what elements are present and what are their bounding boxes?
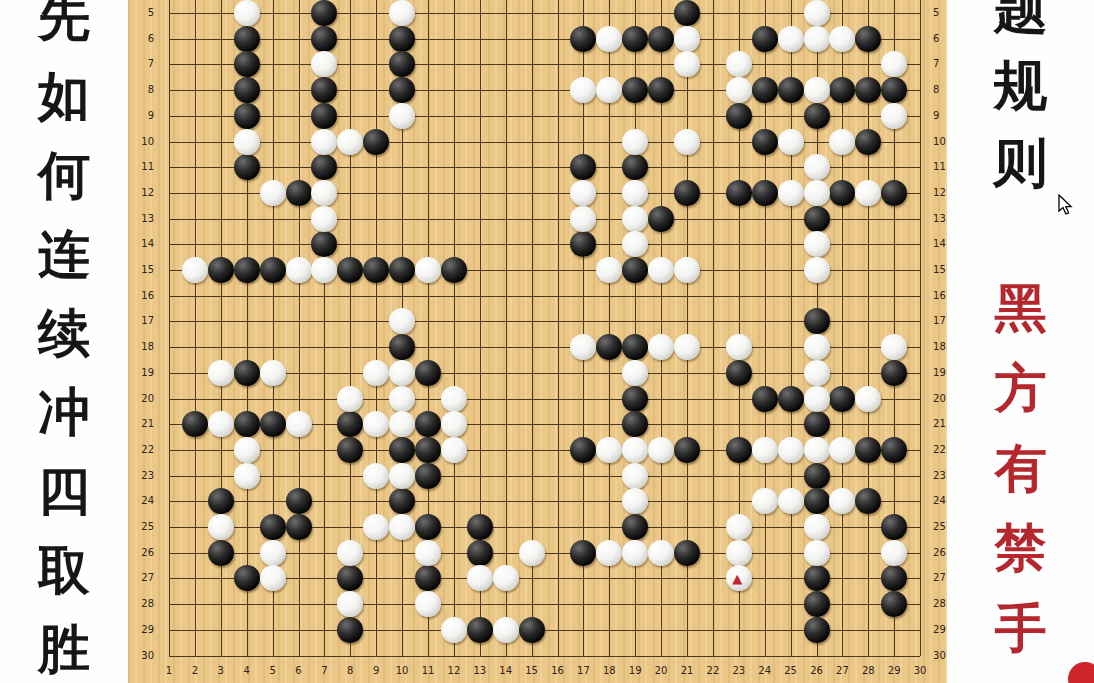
white-stone[interactable] [182, 257, 208, 283]
grid-hline [169, 296, 920, 297]
white-stone[interactable] [804, 77, 830, 103]
right-title-char-red: 手 [947, 603, 1094, 655]
black-stone[interactable] [778, 77, 804, 103]
black-stone[interactable] [311, 103, 337, 129]
black-stone[interactable] [234, 565, 260, 591]
row-label-left: 28 [128, 598, 154, 610]
left-title-char: 冲 [0, 387, 128, 439]
white-stone[interactable] [726, 51, 752, 77]
white-stone[interactable] [337, 591, 363, 617]
white-stone[interactable] [311, 206, 337, 232]
white-stone[interactable] [752, 437, 778, 463]
col-label-bottom: 11 [417, 665, 439, 677]
left-title-panel: 先如何连续冲四取胜 [0, 0, 128, 683]
black-stone[interactable] [778, 386, 804, 412]
white-stone[interactable] [726, 514, 752, 540]
white-stone[interactable] [804, 437, 830, 463]
black-stone[interactable] [389, 257, 415, 283]
white-stone[interactable] [389, 514, 415, 540]
black-stone[interactable] [467, 540, 493, 566]
white-stone[interactable] [648, 334, 674, 360]
black-stone[interactable] [389, 488, 415, 514]
black-stone[interactable] [752, 386, 778, 412]
white-stone[interactable] [389, 0, 415, 26]
white-stone[interactable] [415, 591, 441, 617]
white-stone[interactable] [778, 26, 804, 52]
white-stone[interactable] [804, 514, 830, 540]
black-stone[interactable] [234, 51, 260, 77]
white-stone[interactable] [726, 77, 752, 103]
white-stone[interactable] [363, 411, 389, 437]
white-stone[interactable] [881, 334, 907, 360]
white-stone[interactable] [389, 463, 415, 489]
row-label-left: 7 [128, 58, 154, 70]
black-stone[interactable] [337, 437, 363, 463]
black-stone[interactable] [622, 411, 648, 437]
white-stone[interactable] [648, 540, 674, 566]
black-stone[interactable] [415, 360, 441, 386]
white-stone[interactable] [260, 360, 286, 386]
white-stone[interactable] [467, 565, 493, 591]
white-stone[interactable] [778, 437, 804, 463]
white-stone[interactable] [648, 437, 674, 463]
white-stone[interactable] [286, 411, 312, 437]
white-stone[interactable] [570, 180, 596, 206]
black-stone[interactable] [622, 77, 648, 103]
white-stone[interactable] [804, 386, 830, 412]
white-stone[interactable] [260, 180, 286, 206]
grid-vline [920, 0, 921, 656]
left-title-char: 如 [0, 71, 128, 123]
white-stone[interactable] [804, 334, 830, 360]
white-stone[interactable] [441, 617, 467, 643]
col-label-bottom: 19 [624, 665, 646, 677]
black-stone[interactable] [570, 231, 596, 257]
row-label-left: 11 [128, 161, 154, 173]
right-title-char-red: 方 [947, 363, 1094, 415]
black-stone[interactable] [726, 360, 752, 386]
black-stone[interactable] [467, 514, 493, 540]
col-label-bottom: 21 [676, 665, 698, 677]
col-label-bottom: 15 [521, 665, 543, 677]
black-stone[interactable] [389, 334, 415, 360]
left-title-char: 连 [0, 229, 128, 281]
white-stone[interactable] [208, 514, 234, 540]
black-stone[interactable] [881, 514, 907, 540]
left-title-char: 先 [0, 0, 128, 44]
black-stone[interactable] [674, 180, 700, 206]
black-stone[interactable] [570, 437, 596, 463]
black-stone[interactable] [622, 514, 648, 540]
black-stone[interactable] [881, 360, 907, 386]
grid-vline [454, 0, 455, 656]
black-stone[interactable] [311, 154, 337, 180]
row-label-left: 19 [128, 367, 154, 379]
black-stone[interactable] [182, 411, 208, 437]
row-label-left: 21 [128, 418, 154, 430]
grid-vline [558, 0, 559, 656]
black-stone[interactable] [674, 540, 700, 566]
white-stone[interactable] [622, 231, 648, 257]
row-label-left: 5 [128, 7, 154, 19]
right-title-char-black: 规 [947, 59, 1094, 113]
col-label-bottom: 22 [702, 665, 724, 677]
right-title-panel: 题规则黑方有禁手 [947, 0, 1094, 683]
white-stone[interactable] [622, 437, 648, 463]
black-stone[interactable] [829, 77, 855, 103]
col-label-bottom: 2 [184, 665, 206, 677]
white-stone[interactable] [648, 257, 674, 283]
black-stone[interactable] [804, 617, 830, 643]
black-stone[interactable] [415, 411, 441, 437]
grid-vline [713, 0, 714, 656]
white-stone[interactable] [311, 257, 337, 283]
white-stone[interactable] [622, 129, 648, 155]
white-stone[interactable] [208, 411, 234, 437]
black-stone[interactable] [804, 206, 830, 232]
black-stone[interactable] [311, 0, 337, 26]
white-stone[interactable] [674, 257, 700, 283]
row-label-left: 15 [128, 264, 154, 276]
white-stone[interactable] [441, 437, 467, 463]
col-label-bottom: 17 [572, 665, 594, 677]
mouse-cursor-icon [1056, 194, 1076, 216]
gomoku-board[interactable]: 5566778899101011111212131314141515161617… [128, 0, 947, 683]
black-stone[interactable] [648, 206, 674, 232]
white-stone[interactable] [389, 103, 415, 129]
right-title-char-red: 黑 [947, 283, 1094, 335]
row-label-left: 27 [128, 572, 154, 584]
black-stone[interactable] [648, 26, 674, 52]
white-stone[interactable] [881, 540, 907, 566]
row-label-left: 26 [128, 547, 154, 559]
black-stone[interactable] [234, 411, 260, 437]
col-label-bottom: 1 [158, 665, 180, 677]
black-stone[interactable] [855, 26, 881, 52]
black-stone[interactable] [389, 77, 415, 103]
black-stone[interactable] [804, 308, 830, 334]
black-stone[interactable] [260, 411, 286, 437]
black-stone[interactable] [752, 26, 778, 52]
black-stone[interactable] [726, 180, 752, 206]
black-stone[interactable] [570, 26, 596, 52]
black-stone[interactable] [311, 26, 337, 52]
white-stone[interactable] [622, 360, 648, 386]
white-stone[interactable] [855, 180, 881, 206]
white-stone[interactable] [596, 26, 622, 52]
white-stone[interactable] [622, 540, 648, 566]
col-label-bottom: 20 [650, 665, 672, 677]
white-stone[interactable] [519, 540, 545, 566]
right-title-char-red: 有 [947, 443, 1094, 495]
grid-vline [506, 0, 507, 656]
col-label-bottom: 14 [495, 665, 517, 677]
black-stone[interactable] [234, 77, 260, 103]
white-stone[interactable] [804, 26, 830, 52]
black-stone[interactable] [881, 437, 907, 463]
white-stone[interactable] [829, 488, 855, 514]
white-stone[interactable] [234, 437, 260, 463]
grid-vline [376, 0, 377, 656]
white-stone[interactable] [493, 565, 519, 591]
right-title-char-black: 题 [947, 0, 1094, 36]
white-stone[interactable] [804, 0, 830, 26]
col-label-bottom: 5 [262, 665, 284, 677]
white-stone[interactable] [234, 463, 260, 489]
black-stone[interactable] [881, 77, 907, 103]
white-stone[interactable] [829, 129, 855, 155]
col-label-bottom: 18 [598, 665, 620, 677]
black-stone[interactable] [596, 334, 622, 360]
black-stone[interactable] [855, 77, 881, 103]
white-stone[interactable] [441, 411, 467, 437]
black-stone[interactable] [519, 617, 545, 643]
row-label-left: 20 [128, 393, 154, 405]
white-stone[interactable] [596, 437, 622, 463]
white-stone[interactable] [674, 129, 700, 155]
col-label-bottom: 16 [547, 665, 569, 677]
white-stone[interactable] [311, 180, 337, 206]
white-stone[interactable] [337, 129, 363, 155]
row-label-left: 17 [128, 315, 154, 327]
white-stone[interactable] [389, 411, 415, 437]
white-stone[interactable] [804, 231, 830, 257]
white-stone[interactable] [286, 257, 312, 283]
black-stone[interactable] [804, 411, 830, 437]
col-label-bottom: 7 [313, 665, 335, 677]
black-stone[interactable] [804, 463, 830, 489]
black-stone[interactable] [855, 129, 881, 155]
black-stone[interactable] [804, 103, 830, 129]
black-stone[interactable] [337, 617, 363, 643]
black-stone[interactable] [829, 386, 855, 412]
black-stone[interactable] [311, 231, 337, 257]
white-stone[interactable] [260, 565, 286, 591]
white-stone[interactable] [441, 386, 467, 412]
grid-hline [169, 64, 920, 65]
white-stone[interactable] [389, 308, 415, 334]
black-stone[interactable] [208, 488, 234, 514]
white-stone[interactable] [337, 540, 363, 566]
black-stone[interactable] [622, 386, 648, 412]
right-title-char-black: 则 [947, 136, 1094, 190]
left-title-char: 何 [0, 150, 128, 202]
row-label-left: 30 [128, 650, 154, 662]
white-stone[interactable] [234, 129, 260, 155]
white-stone[interactable] [778, 488, 804, 514]
black-stone[interactable] [389, 26, 415, 52]
white-stone[interactable] [622, 180, 648, 206]
black-stone[interactable] [752, 129, 778, 155]
black-stone[interactable] [234, 154, 260, 180]
white-stone[interactable] [855, 386, 881, 412]
white-stone[interactable] [596, 77, 622, 103]
grid-hline [169, 142, 920, 143]
black-stone[interactable] [234, 360, 260, 386]
white-stone[interactable] [829, 26, 855, 52]
white-stone[interactable] [389, 386, 415, 412]
black-stone[interactable] [234, 103, 260, 129]
white-stone[interactable] [596, 257, 622, 283]
black-stone[interactable] [622, 257, 648, 283]
col-label-bottom: 28 [857, 665, 879, 677]
white-stone[interactable] [804, 180, 830, 206]
black-stone[interactable] [363, 257, 389, 283]
black-stone[interactable] [752, 180, 778, 206]
white-stone[interactable] [311, 51, 337, 77]
black-stone[interactable] [415, 565, 441, 591]
black-stone[interactable] [804, 591, 830, 617]
white-stone[interactable] [804, 540, 830, 566]
row-label-left: 12 [128, 187, 154, 199]
black-stone[interactable] [260, 257, 286, 283]
black-stone[interactable] [648, 77, 674, 103]
black-stone[interactable] [804, 488, 830, 514]
black-stone[interactable] [726, 103, 752, 129]
black-stone[interactable] [234, 26, 260, 52]
black-stone[interactable] [467, 617, 493, 643]
black-stone[interactable] [286, 180, 312, 206]
black-stone[interactable] [260, 514, 286, 540]
col-label-bottom: 4 [236, 665, 258, 677]
black-stone[interactable] [804, 565, 830, 591]
black-stone[interactable] [415, 463, 441, 489]
white-stone[interactable] [674, 26, 700, 52]
white-stone[interactable] [570, 334, 596, 360]
col-label-bottom: 29 [883, 665, 905, 677]
left-title-char: 续 [0, 308, 128, 360]
white-stone[interactable] [804, 154, 830, 180]
col-label-bottom: 9 [365, 665, 387, 677]
black-stone[interactable] [337, 565, 363, 591]
black-stone[interactable] [622, 154, 648, 180]
black-stone[interactable] [752, 77, 778, 103]
col-label-bottom: 12 [443, 665, 465, 677]
row-label-left: 16 [128, 290, 154, 302]
white-stone[interactable] [674, 51, 700, 77]
white-stone[interactable] [752, 488, 778, 514]
black-stone[interactable] [286, 514, 312, 540]
black-stone[interactable] [441, 257, 467, 283]
black-stone[interactable] [829, 180, 855, 206]
black-stone[interactable] [415, 514, 441, 540]
black-stone[interactable] [208, 540, 234, 566]
black-stone[interactable] [622, 334, 648, 360]
black-stone[interactable] [286, 488, 312, 514]
white-stone[interactable] [493, 617, 519, 643]
grid-hline [169, 656, 920, 657]
row-label-left: 23 [128, 470, 154, 482]
white-stone[interactable] [726, 334, 752, 360]
white-stone[interactable] [778, 180, 804, 206]
col-label-bottom: 26 [806, 665, 828, 677]
last-move-triangle-marker: ▲ [732, 572, 742, 585]
black-stone[interactable] [415, 437, 441, 463]
black-stone[interactable] [674, 437, 700, 463]
row-label-left: 29 [128, 624, 154, 636]
black-stone[interactable] [881, 180, 907, 206]
black-stone[interactable] [389, 437, 415, 463]
white-stone[interactable] [881, 103, 907, 129]
col-label-bottom: 24 [754, 665, 776, 677]
black-stone[interactable] [311, 77, 337, 103]
col-label-bottom: 3 [210, 665, 232, 677]
white-stone[interactable] [389, 360, 415, 386]
white-stone[interactable] [260, 540, 286, 566]
black-stone[interactable] [855, 437, 881, 463]
white-stone[interactable] [415, 540, 441, 566]
grid-vline [195, 0, 196, 656]
white-stone[interactable] [622, 206, 648, 232]
white-stone[interactable] [778, 129, 804, 155]
white-stone[interactable] [674, 334, 700, 360]
black-stone[interactable] [337, 411, 363, 437]
black-stone[interactable] [726, 437, 752, 463]
left-title-char: 取 [0, 545, 128, 597]
white-stone[interactable] [363, 514, 389, 540]
white-stone[interactable] [234, 0, 260, 26]
col-label-bottom: 6 [288, 665, 310, 677]
white-stone[interactable] [804, 360, 830, 386]
col-label-bottom: 30 [909, 665, 931, 677]
white-stone[interactable] [208, 360, 234, 386]
white-stone[interactable] [726, 540, 752, 566]
black-stone[interactable] [363, 129, 389, 155]
white-stone[interactable] [570, 206, 596, 232]
screenshot-root: { "game": "gomoku (five-in-a-row) teachi… [0, 0, 1094, 683]
black-stone[interactable] [337, 257, 363, 283]
row-label-left: 22 [128, 444, 154, 456]
white-stone[interactable] [622, 463, 648, 489]
row-label-left: 13 [128, 213, 154, 225]
white-stone[interactable] [596, 540, 622, 566]
row-label-left: 24 [128, 495, 154, 507]
black-stone[interactable] [208, 257, 234, 283]
black-stone[interactable] [674, 0, 700, 26]
white-stone[interactable] [363, 360, 389, 386]
row-label-left: 25 [128, 521, 154, 533]
white-stone[interactable] [829, 437, 855, 463]
left-title-char: 胜 [0, 624, 128, 676]
col-label-bottom: 25 [780, 665, 802, 677]
row-label-left: 9 [128, 110, 154, 122]
white-stone[interactable] [311, 129, 337, 155]
row-label-left: 10 [128, 136, 154, 148]
col-label-bottom: 10 [391, 665, 413, 677]
white-stone[interactable] [804, 257, 830, 283]
black-stone[interactable] [855, 488, 881, 514]
row-label-left: 8 [128, 84, 154, 96]
grid-vline [299, 0, 300, 656]
black-stone[interactable] [570, 540, 596, 566]
white-stone[interactable] [881, 51, 907, 77]
left-title-char: 四 [0, 466, 128, 518]
col-label-bottom: 13 [469, 665, 491, 677]
white-stone[interactable] [415, 257, 441, 283]
white-stone[interactable] [622, 488, 648, 514]
white-stone[interactable] [337, 386, 363, 412]
black-stone[interactable] [881, 591, 907, 617]
black-stone[interactable] [570, 154, 596, 180]
black-stone[interactable] [622, 26, 648, 52]
col-label-bottom: 27 [831, 665, 853, 677]
black-stone[interactable] [881, 565, 907, 591]
black-stone[interactable] [389, 51, 415, 77]
grid-vline [169, 0, 170, 656]
black-stone[interactable] [234, 257, 260, 283]
white-stone[interactable] [363, 463, 389, 489]
white-stone[interactable] [570, 77, 596, 103]
